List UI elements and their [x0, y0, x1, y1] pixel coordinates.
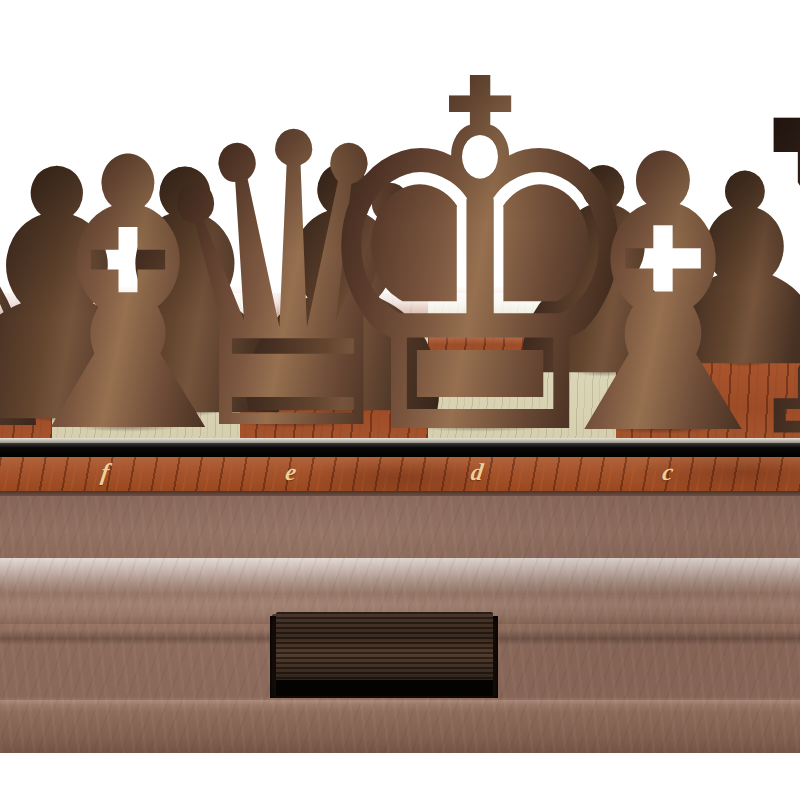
latch-handle[interactable] — [276, 612, 493, 682]
piece-rook-right-partial[interactable]: ♜ — [702, 68, 800, 499]
latch-shadow — [276, 680, 493, 696]
case-lower-ledge — [0, 700, 800, 704]
scene: fedc ♞♟♝♟♛♟♚♟♝♟♜ — [0, 0, 800, 800]
